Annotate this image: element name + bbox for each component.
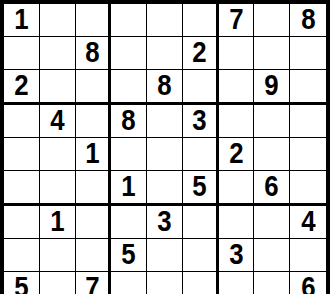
cell-r7c2[interactable]: 1 bbox=[40, 206, 76, 239]
cell-r6c1[interactable] bbox=[4, 171, 40, 206]
cell-r7c6[interactable] bbox=[183, 206, 219, 239]
cell-r3c8[interactable]: 9 bbox=[254, 70, 290, 105]
cell-r7c8[interactable] bbox=[254, 206, 290, 239]
cell-r1c9[interactable]: 8 bbox=[290, 4, 326, 37]
cell-r1c3[interactable] bbox=[76, 4, 112, 37]
cell-r5c1[interactable] bbox=[4, 138, 40, 171]
cell-r9c7[interactable] bbox=[219, 272, 255, 294]
cell-r3c9[interactable] bbox=[290, 70, 326, 105]
cell-r2c8[interactable] bbox=[254, 37, 290, 70]
cell-r3c6[interactable] bbox=[183, 70, 219, 105]
cell-r6c3[interactable] bbox=[76, 171, 112, 206]
given-digit: 3 bbox=[192, 105, 206, 137]
cell-r4c5[interactable] bbox=[147, 105, 183, 138]
cell-r9c6[interactable] bbox=[183, 272, 219, 294]
given-digit: 2 bbox=[192, 37, 206, 69]
cell-r5c5[interactable] bbox=[147, 138, 183, 171]
cell-r5c9[interactable] bbox=[290, 138, 326, 171]
cell-r7c4[interactable] bbox=[111, 206, 147, 239]
cell-r5c4[interactable] bbox=[111, 138, 147, 171]
cell-r9c4[interactable] bbox=[111, 272, 147, 294]
given-digit: 5 bbox=[14, 272, 28, 294]
cell-r6c2[interactable] bbox=[40, 171, 76, 206]
cell-r7c1[interactable] bbox=[4, 206, 40, 239]
cell-r3c4[interactable] bbox=[111, 70, 147, 105]
cell-r3c3[interactable] bbox=[76, 70, 112, 105]
given-digit: 6 bbox=[301, 272, 315, 294]
cell-r6c7[interactable] bbox=[219, 171, 255, 206]
cell-r2c4[interactable] bbox=[111, 37, 147, 70]
cell-r7c9[interactable]: 4 bbox=[290, 206, 326, 239]
cell-r2c9[interactable] bbox=[290, 37, 326, 70]
given-digit: 8 bbox=[157, 70, 171, 102]
cell-r6c4[interactable]: 1 bbox=[111, 171, 147, 206]
cell-r4c6[interactable]: 3 bbox=[183, 105, 219, 138]
cell-r9c1[interactable]: 5 bbox=[4, 272, 40, 294]
cell-r5c7[interactable]: 2 bbox=[219, 138, 255, 171]
cell-r2c7[interactable] bbox=[219, 37, 255, 70]
cell-r1c5[interactable] bbox=[147, 4, 183, 37]
given-digit: 1 bbox=[85, 138, 99, 170]
cell-r8c1[interactable] bbox=[4, 239, 40, 272]
cell-r7c5[interactable]: 3 bbox=[147, 206, 183, 239]
cell-r8c3[interactable] bbox=[76, 239, 112, 272]
cell-r7c7[interactable] bbox=[219, 206, 255, 239]
cell-r9c5[interactable] bbox=[147, 272, 183, 294]
cell-r3c1[interactable]: 2 bbox=[4, 70, 40, 105]
cell-r3c5[interactable]: 8 bbox=[147, 70, 183, 105]
cell-r5c8[interactable] bbox=[254, 138, 290, 171]
cell-r2c6[interactable]: 2 bbox=[183, 37, 219, 70]
cell-r2c1[interactable] bbox=[4, 37, 40, 70]
given-digit: 3 bbox=[229, 239, 243, 271]
cell-r8c9[interactable] bbox=[290, 239, 326, 272]
given-digit: 4 bbox=[301, 206, 315, 238]
given-digit: 7 bbox=[229, 4, 243, 36]
given-digit: 9 bbox=[265, 70, 279, 102]
cell-r4c8[interactable] bbox=[254, 105, 290, 138]
cell-r8c6[interactable] bbox=[183, 239, 219, 272]
cell-r3c2[interactable] bbox=[40, 70, 76, 105]
cell-r6c6[interactable]: 5 bbox=[183, 171, 219, 206]
cell-r4c9[interactable] bbox=[290, 105, 326, 138]
given-digit: 5 bbox=[192, 171, 206, 203]
given-digit: 1 bbox=[14, 4, 28, 36]
given-digit: 8 bbox=[85, 37, 99, 69]
cell-r4c3[interactable] bbox=[76, 105, 112, 138]
cell-r1c8[interactable] bbox=[254, 4, 290, 37]
given-digit: 1 bbox=[50, 206, 64, 238]
cell-r2c3[interactable]: 8 bbox=[76, 37, 112, 70]
cell-r6c5[interactable] bbox=[147, 171, 183, 206]
given-digit: 1 bbox=[122, 171, 136, 203]
cell-r5c2[interactable] bbox=[40, 138, 76, 171]
given-digit: 5 bbox=[122, 239, 136, 271]
cell-r1c1[interactable]: 1 bbox=[4, 4, 40, 37]
cell-r9c2[interactable] bbox=[40, 272, 76, 294]
cell-r4c4[interactable]: 8 bbox=[111, 105, 147, 138]
cell-r2c2[interactable] bbox=[40, 37, 76, 70]
cell-r9c3[interactable]: 7 bbox=[76, 272, 112, 294]
cell-r4c7[interactable] bbox=[219, 105, 255, 138]
cell-r9c8[interactable] bbox=[254, 272, 290, 294]
given-digit: 8 bbox=[301, 4, 315, 36]
cell-r1c6[interactable] bbox=[183, 4, 219, 37]
cell-r2c5[interactable] bbox=[147, 37, 183, 70]
cell-r9c9[interactable]: 6 bbox=[290, 272, 326, 294]
sudoku-board: 178822894831215613453576 bbox=[0, 0, 330, 294]
cell-r6c8[interactable]: 6 bbox=[254, 171, 290, 206]
cell-r1c2[interactable] bbox=[40, 4, 76, 37]
cell-r4c1[interactable] bbox=[4, 105, 40, 138]
cell-r5c6[interactable] bbox=[183, 138, 219, 171]
cell-r8c5[interactable] bbox=[147, 239, 183, 272]
cell-r4c2[interactable]: 4 bbox=[40, 105, 76, 138]
given-digit: 4 bbox=[50, 105, 64, 137]
given-digit: 2 bbox=[14, 70, 28, 102]
cell-r1c7[interactable]: 7 bbox=[219, 4, 255, 37]
given-digit: 6 bbox=[265, 171, 279, 203]
given-digit: 3 bbox=[157, 206, 171, 238]
cell-r3c7[interactable] bbox=[219, 70, 255, 105]
given-digit: 2 bbox=[229, 138, 243, 170]
cell-r6c9[interactable] bbox=[290, 171, 326, 206]
cell-r5c3[interactable]: 1 bbox=[76, 138, 112, 171]
given-digit: 7 bbox=[85, 272, 99, 294]
cell-r8c7[interactable]: 3 bbox=[219, 239, 255, 272]
given-digit: 8 bbox=[122, 105, 136, 137]
cell-r8c4[interactable]: 5 bbox=[111, 239, 147, 272]
cell-r7c3[interactable] bbox=[76, 206, 112, 239]
cell-r8c8[interactable] bbox=[254, 239, 290, 272]
cell-r8c2[interactable] bbox=[40, 239, 76, 272]
cell-r1c4[interactable] bbox=[111, 4, 147, 37]
